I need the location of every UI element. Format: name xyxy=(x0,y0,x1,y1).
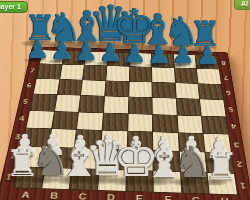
piece-blue-pawn-b7[interactable]: ♟ xyxy=(50,38,72,63)
piece-blue-pawn-f7[interactable]: ♟ xyxy=(148,42,170,67)
square-c6[interactable] xyxy=(81,80,105,96)
file-label: G xyxy=(182,193,211,200)
file-label: A xyxy=(10,188,41,200)
square-a6[interactable] xyxy=(34,79,59,95)
piece-blue-pawn-a7[interactable]: ♟ xyxy=(26,37,48,62)
square-f6[interactable] xyxy=(152,82,175,98)
file-label: E xyxy=(125,192,154,200)
piece-blue-pawn-e7[interactable]: ♟ xyxy=(123,41,145,66)
ai-badge: AI xyxy=(234,0,250,10)
file-label: D xyxy=(96,191,125,200)
piece-blue-pawn-c7[interactable]: ♟ xyxy=(75,39,97,64)
square-g7[interactable] xyxy=(175,68,198,83)
piece-blue-pawn-d7[interactable]: ♟ xyxy=(99,40,121,65)
player1-badge: Player 1 xyxy=(0,1,28,13)
file-label: H xyxy=(210,194,240,200)
rank-label: 6 xyxy=(222,84,235,100)
square-e5[interactable] xyxy=(128,97,152,114)
square-f7[interactable] xyxy=(152,68,175,83)
square-b4[interactable] xyxy=(52,111,79,129)
square-e6[interactable] xyxy=(129,82,152,98)
square-d7[interactable] xyxy=(106,66,129,81)
square-d4[interactable] xyxy=(102,113,127,131)
square-c5[interactable] xyxy=(79,96,104,113)
square-d5[interactable] xyxy=(104,96,128,113)
square-a5[interactable] xyxy=(30,94,56,111)
chess-game-scene: 87654321 87654321 ABCDEFGH ♜♞♝♛♚♝♞♜♟♟♟♟♟… xyxy=(0,0,250,200)
file-label: F xyxy=(154,193,183,200)
rank-label: 8 xyxy=(217,55,229,69)
piece-blue-pawn-h7[interactable]: ♟ xyxy=(196,43,218,68)
square-b7[interactable] xyxy=(60,65,84,80)
rank-label: 7 xyxy=(220,69,233,84)
rank-label: 5 xyxy=(224,100,238,117)
file-label: B xyxy=(39,189,69,200)
square-c4[interactable] xyxy=(77,112,103,130)
piece-white-rook-h1[interactable]: ♜ xyxy=(204,148,237,185)
square-e7[interactable] xyxy=(129,67,151,82)
square-f5[interactable] xyxy=(153,98,177,115)
square-h5[interactable] xyxy=(200,99,225,116)
square-a4[interactable] xyxy=(26,111,53,129)
square-c7[interactable] xyxy=(83,65,106,80)
square-g6[interactable] xyxy=(176,83,200,99)
piece-blue-pawn-g7[interactable]: ♟ xyxy=(172,42,194,67)
file-label: C xyxy=(68,190,98,200)
square-h7[interactable] xyxy=(197,69,221,84)
square-g5[interactable] xyxy=(176,99,201,116)
square-b6[interactable] xyxy=(57,79,82,95)
square-d6[interactable] xyxy=(105,81,128,97)
square-a7[interactable] xyxy=(37,64,62,79)
square-h6[interactable] xyxy=(199,84,224,100)
square-b5[interactable] xyxy=(55,95,81,112)
